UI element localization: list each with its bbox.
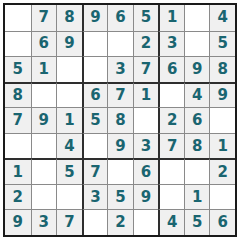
cell-r1c7: 1 — [158, 5, 184, 31]
cell-r7c6: 6 — [133, 158, 159, 184]
cell-r6c6: 3 — [133, 133, 159, 159]
cell-r8c6: 9 — [133, 184, 159, 210]
cell-r1c3: 8 — [56, 5, 82, 31]
cell-r5c8: 6 — [184, 107, 210, 133]
cell-r5c5: 8 — [107, 107, 133, 133]
cell-r8c4: 3 — [82, 184, 108, 210]
cell-r6c3: 4 — [56, 133, 82, 159]
cell-r8c1: 2 — [5, 184, 31, 210]
cell-r2c9: 5 — [209, 31, 235, 57]
cell-r3c3[interactable] — [56, 56, 82, 82]
cell-r9c9: 6 — [209, 209, 235, 235]
cell-r9c8: 5 — [184, 209, 210, 235]
cell-r3c7: 6 — [158, 56, 184, 82]
cell-r3c5: 3 — [107, 56, 133, 82]
cell-r7c9: 2 — [209, 158, 235, 184]
cell-r7c8[interactable] — [184, 158, 210, 184]
cell-r5c4: 5 — [82, 107, 108, 133]
cell-r4c7[interactable] — [158, 82, 184, 108]
sudoku-widget: 7896514692355137698867149791582649378115… — [0, 0, 240, 240]
cell-r4c9: 9 — [209, 82, 235, 108]
cell-r3c1: 5 — [5, 56, 31, 82]
cell-r5c1: 7 — [5, 107, 31, 133]
cell-r8c8: 1 — [184, 184, 210, 210]
cell-r2c2: 6 — [31, 31, 57, 57]
cell-r8c7[interactable] — [158, 184, 184, 210]
cell-r5c2: 9 — [31, 107, 57, 133]
cell-r4c5: 7 — [107, 82, 133, 108]
cell-r2c4[interactable] — [82, 31, 108, 57]
cell-r6c4[interactable] — [82, 133, 108, 159]
cell-r1c9: 4 — [209, 5, 235, 31]
cell-r2c8[interactable] — [184, 31, 210, 57]
cell-r4c1: 8 — [5, 82, 31, 108]
cell-r7c7[interactable] — [158, 158, 184, 184]
cell-r2c7: 3 — [158, 31, 184, 57]
cell-r6c1[interactable] — [5, 133, 31, 159]
cell-r2c1[interactable] — [5, 31, 31, 57]
cell-r1c2: 7 — [31, 5, 57, 31]
cell-r9c3: 7 — [56, 209, 82, 235]
cell-r9c5: 2 — [107, 209, 133, 235]
cell-r1c8[interactable] — [184, 5, 210, 31]
cell-r1c4: 9 — [82, 5, 108, 31]
cell-r2c6: 2 — [133, 31, 159, 57]
cell-r7c2[interactable] — [31, 158, 57, 184]
cell-r3c8: 9 — [184, 56, 210, 82]
cell-r3c6: 7 — [133, 56, 159, 82]
cell-r5c3: 1 — [56, 107, 82, 133]
cell-r2c5[interactable] — [107, 31, 133, 57]
cell-r9c4[interactable] — [82, 209, 108, 235]
cell-r9c7: 4 — [158, 209, 184, 235]
cell-r6c9: 1 — [209, 133, 235, 159]
cell-r6c5: 9 — [107, 133, 133, 159]
cell-r7c3: 5 — [56, 158, 82, 184]
cell-r9c2: 3 — [31, 209, 57, 235]
cell-r5c7: 2 — [158, 107, 184, 133]
cell-r4c8: 4 — [184, 82, 210, 108]
cell-r8c3[interactable] — [56, 184, 82, 210]
cell-r4c3[interactable] — [56, 82, 82, 108]
cell-r7c1: 1 — [5, 158, 31, 184]
cell-r3c2: 1 — [31, 56, 57, 82]
cell-r2c3: 9 — [56, 31, 82, 57]
cell-r9c1: 9 — [5, 209, 31, 235]
cell-r1c1[interactable] — [5, 5, 31, 31]
cell-r7c5[interactable] — [107, 158, 133, 184]
cell-r8c2[interactable] — [31, 184, 57, 210]
cell-r5c6[interactable] — [133, 107, 159, 133]
cell-r6c7: 7 — [158, 133, 184, 159]
cell-r9c6[interactable] — [133, 209, 159, 235]
cell-r1c5: 6 — [107, 5, 133, 31]
cell-r8c9[interactable] — [209, 184, 235, 210]
cell-r1c6: 5 — [133, 5, 159, 31]
cell-r4c4: 6 — [82, 82, 108, 108]
cell-r6c2[interactable] — [31, 133, 57, 159]
cell-r4c2[interactable] — [31, 82, 57, 108]
cell-r4c6: 1 — [133, 82, 159, 108]
cell-r8c5: 5 — [107, 184, 133, 210]
cell-r3c4[interactable] — [82, 56, 108, 82]
cell-r3c9: 8 — [209, 56, 235, 82]
cell-r6c8: 8 — [184, 133, 210, 159]
cell-r5c9[interactable] — [209, 107, 235, 133]
cell-r7c4: 7 — [82, 158, 108, 184]
sudoku-board: 7896514692355137698867149791582649378115… — [3, 3, 237, 237]
